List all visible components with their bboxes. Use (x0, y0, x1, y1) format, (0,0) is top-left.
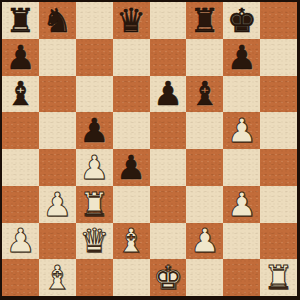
square-b7[interactable] (39, 39, 76, 76)
square-g6[interactable] (223, 76, 260, 113)
square-h6[interactable] (260, 76, 297, 113)
piece-white-pawn[interactable]: ♟ (43, 188, 73, 221)
square-a2[interactable]: ♟ (2, 223, 39, 260)
square-e5[interactable] (150, 112, 187, 149)
square-c7[interactable] (76, 39, 113, 76)
square-f4[interactable] (186, 149, 223, 186)
square-a5[interactable] (2, 112, 39, 149)
piece-white-bishop[interactable]: ♝ (116, 224, 146, 257)
square-d3[interactable] (113, 186, 150, 223)
piece-white-queen[interactable]: ♛ (79, 224, 109, 257)
square-f3[interactable] (186, 186, 223, 223)
piece-black-pawn[interactable]: ♟ (227, 41, 257, 74)
square-f8[interactable]: ♜ (186, 2, 223, 39)
square-f5[interactable] (186, 112, 223, 149)
piece-black-pawn[interactable]: ♟ (6, 41, 36, 74)
square-h3[interactable] (260, 186, 297, 223)
square-h7[interactable] (260, 39, 297, 76)
square-e2[interactable] (150, 223, 187, 260)
square-d4[interactable]: ♟ (113, 149, 150, 186)
square-d2[interactable]: ♝ (113, 223, 150, 260)
square-d7[interactable] (113, 39, 150, 76)
square-h1[interactable]: ♜ (260, 259, 297, 296)
square-e1[interactable]: ♚ (150, 259, 187, 296)
square-b3[interactable]: ♟ (39, 186, 76, 223)
piece-white-rook[interactable]: ♜ (264, 261, 294, 294)
piece-white-king[interactable]: ♚ (153, 261, 183, 294)
chess-board-frame: ♜♞♛♜♚♟♟♝♟♝♟♟♟♟♟♜♟♟♛♝♟♝♚♜ (0, 0, 300, 300)
piece-black-pawn[interactable]: ♟ (153, 77, 183, 110)
square-c5[interactable]: ♟ (76, 112, 113, 149)
square-b5[interactable] (39, 112, 76, 149)
square-g1[interactable] (223, 259, 260, 296)
piece-black-knight[interactable]: ♞ (43, 4, 73, 37)
piece-black-queen[interactable]: ♛ (116, 4, 146, 37)
chess-board: ♜♞♛♜♚♟♟♝♟♝♟♟♟♟♟♜♟♟♛♝♟♝♚♜ (2, 2, 297, 296)
square-g4[interactable] (223, 149, 260, 186)
square-e4[interactable] (150, 149, 187, 186)
square-h8[interactable] (260, 2, 297, 39)
square-c1[interactable] (76, 259, 113, 296)
square-g3[interactable]: ♟ (223, 186, 260, 223)
square-g8[interactable]: ♚ (223, 2, 260, 39)
square-c2[interactable]: ♛ (76, 223, 113, 260)
piece-white-bishop[interactable]: ♝ (43, 261, 73, 294)
square-g7[interactable]: ♟ (223, 39, 260, 76)
square-a6[interactable]: ♝ (2, 76, 39, 113)
piece-black-rook[interactable]: ♜ (6, 4, 36, 37)
square-h2[interactable] (260, 223, 297, 260)
square-f7[interactable] (186, 39, 223, 76)
piece-white-rook[interactable]: ♜ (79, 188, 109, 221)
square-d1[interactable] (113, 259, 150, 296)
square-b8[interactable]: ♞ (39, 2, 76, 39)
square-c8[interactable] (76, 2, 113, 39)
piece-black-pawn[interactable]: ♟ (79, 114, 109, 147)
square-h5[interactable] (260, 112, 297, 149)
square-c3[interactable]: ♜ (76, 186, 113, 223)
square-b4[interactable] (39, 149, 76, 186)
piece-white-pawn[interactable]: ♟ (79, 151, 109, 184)
square-e7[interactable] (150, 39, 187, 76)
square-e6[interactable]: ♟ (150, 76, 187, 113)
square-g5[interactable]: ♟ (223, 112, 260, 149)
square-b2[interactable] (39, 223, 76, 260)
piece-black-bishop[interactable]: ♝ (6, 77, 36, 110)
square-b6[interactable] (39, 76, 76, 113)
square-a8[interactable]: ♜ (2, 2, 39, 39)
square-d5[interactable] (113, 112, 150, 149)
square-a1[interactable] (2, 259, 39, 296)
square-f2[interactable]: ♟ (186, 223, 223, 260)
square-h4[interactable] (260, 149, 297, 186)
piece-white-pawn[interactable]: ♟ (190, 224, 220, 257)
square-c6[interactable] (76, 76, 113, 113)
square-d8[interactable]: ♛ (113, 2, 150, 39)
square-d6[interactable] (113, 76, 150, 113)
piece-black-pawn[interactable]: ♟ (116, 151, 146, 184)
square-a7[interactable]: ♟ (2, 39, 39, 76)
piece-white-pawn[interactable]: ♟ (6, 224, 36, 257)
square-e8[interactable] (150, 2, 187, 39)
square-a3[interactable] (2, 186, 39, 223)
square-b1[interactable]: ♝ (39, 259, 76, 296)
piece-white-pawn[interactable]: ♟ (227, 188, 257, 221)
piece-black-rook[interactable]: ♜ (190, 4, 220, 37)
piece-black-bishop[interactable]: ♝ (190, 77, 220, 110)
square-g2[interactable] (223, 223, 260, 260)
piece-black-king[interactable]: ♚ (227, 4, 257, 37)
piece-white-pawn[interactable]: ♟ (227, 114, 257, 147)
square-a4[interactable] (2, 149, 39, 186)
square-c4[interactable]: ♟ (76, 149, 113, 186)
square-f6[interactable]: ♝ (186, 76, 223, 113)
square-f1[interactable] (186, 259, 223, 296)
square-e3[interactable] (150, 186, 187, 223)
